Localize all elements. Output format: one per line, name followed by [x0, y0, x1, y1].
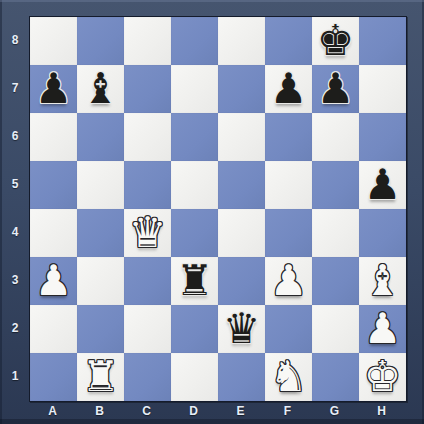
square-a7[interactable]: ♟ [30, 65, 77, 113]
square-d2[interactable] [171, 305, 218, 353]
square-e8[interactable] [218, 17, 265, 65]
file-label-f: F [264, 402, 311, 422]
black-pawn[interactable]: ♟ [265, 65, 312, 113]
square-c4[interactable]: ♛ [124, 209, 171, 257]
square-g8[interactable]: ♚ [312, 17, 359, 65]
file-label-g: G [311, 402, 358, 422]
square-b7[interactable]: ♝ [77, 65, 124, 113]
file-label-a: A [29, 402, 76, 422]
square-g3[interactable] [312, 257, 359, 305]
rank-label-2: 2 [2, 304, 28, 352]
square-e4[interactable] [218, 209, 265, 257]
white-pawn[interactable]: ♟ [265, 257, 312, 305]
square-f2[interactable] [265, 305, 312, 353]
square-a1[interactable] [30, 353, 77, 401]
square-f7[interactable]: ♟ [265, 65, 312, 113]
square-a3[interactable]: ♟ [30, 257, 77, 305]
file-label-e: E [217, 402, 264, 422]
square-e7[interactable] [218, 65, 265, 113]
square-c7[interactable] [124, 65, 171, 113]
black-pawn[interactable]: ♟ [312, 65, 359, 113]
rank-label-1: 1 [2, 352, 28, 400]
square-g4[interactable] [312, 209, 359, 257]
square-h2[interactable]: ♟ [359, 305, 406, 353]
square-d1[interactable] [171, 353, 218, 401]
square-f1[interactable]: ♞ [265, 353, 312, 401]
square-d8[interactable] [171, 17, 218, 65]
square-b5[interactable] [77, 161, 124, 209]
square-h3[interactable]: ♝ [359, 257, 406, 305]
square-d4[interactable] [171, 209, 218, 257]
square-e2[interactable]: ♛ [218, 305, 265, 353]
square-c6[interactable] [124, 113, 171, 161]
square-e1[interactable] [218, 353, 265, 401]
square-h4[interactable] [359, 209, 406, 257]
square-g5[interactable] [312, 161, 359, 209]
square-f8[interactable] [265, 17, 312, 65]
square-g6[interactable] [312, 113, 359, 161]
rank-label-6: 6 [2, 112, 28, 160]
square-b4[interactable] [77, 209, 124, 257]
white-pawn[interactable]: ♟ [359, 305, 406, 353]
square-f6[interactable] [265, 113, 312, 161]
square-d6[interactable] [171, 113, 218, 161]
chessboard-frame: ♚♟♝♟♟♟♛♟♜♟♝♛♟♜♞♚ 87654321 ABCDEFGH [0, 0, 424, 424]
black-pawn[interactable]: ♟ [359, 161, 406, 209]
file-label-b: B [76, 402, 123, 422]
square-c8[interactable] [124, 17, 171, 65]
square-d7[interactable] [171, 65, 218, 113]
square-h8[interactable] [359, 17, 406, 65]
file-label-h: H [358, 402, 405, 422]
file-label-c: C [123, 402, 170, 422]
square-a2[interactable] [30, 305, 77, 353]
square-f3[interactable]: ♟ [265, 257, 312, 305]
square-a5[interactable] [30, 161, 77, 209]
square-c5[interactable] [124, 161, 171, 209]
square-a6[interactable] [30, 113, 77, 161]
square-g2[interactable] [312, 305, 359, 353]
square-h6[interactable] [359, 113, 406, 161]
rank-label-5: 5 [2, 160, 28, 208]
square-g1[interactable] [312, 353, 359, 401]
black-pawn[interactable]: ♟ [30, 65, 77, 113]
square-e3[interactable] [218, 257, 265, 305]
square-c1[interactable] [124, 353, 171, 401]
rank-label-7: 7 [2, 64, 28, 112]
white-pawn[interactable]: ♟ [30, 257, 77, 305]
square-a4[interactable] [30, 209, 77, 257]
square-e5[interactable] [218, 161, 265, 209]
square-f4[interactable] [265, 209, 312, 257]
square-b3[interactable] [77, 257, 124, 305]
square-b2[interactable] [77, 305, 124, 353]
square-g7[interactable]: ♟ [312, 65, 359, 113]
square-b1[interactable]: ♜ [77, 353, 124, 401]
rank-label-3: 3 [2, 256, 28, 304]
black-rook[interactable]: ♜ [171, 257, 218, 305]
file-label-d: D [170, 402, 217, 422]
black-queen[interactable]: ♛ [218, 305, 265, 353]
square-b6[interactable] [77, 113, 124, 161]
square-d3[interactable]: ♜ [171, 257, 218, 305]
rank-label-4: 4 [2, 208, 28, 256]
square-b8[interactable] [77, 17, 124, 65]
square-f5[interactable] [265, 161, 312, 209]
white-king[interactable]: ♚ [359, 353, 406, 401]
board: ♚♟♝♟♟♟♛♟♜♟♝♛♟♜♞♚ [29, 16, 407, 402]
rank-label-8: 8 [2, 16, 28, 64]
white-bishop[interactable]: ♝ [359, 257, 406, 305]
square-a8[interactable] [30, 17, 77, 65]
white-knight[interactable]: ♞ [265, 353, 312, 401]
square-e6[interactable] [218, 113, 265, 161]
square-c3[interactable] [124, 257, 171, 305]
square-h7[interactable] [359, 65, 406, 113]
white-rook[interactable]: ♜ [77, 353, 124, 401]
square-c2[interactable] [124, 305, 171, 353]
square-d5[interactable] [171, 161, 218, 209]
square-h5[interactable]: ♟ [359, 161, 406, 209]
black-bishop[interactable]: ♝ [77, 65, 124, 113]
white-queen[interactable]: ♛ [124, 209, 171, 257]
black-king[interactable]: ♚ [312, 17, 359, 65]
square-h1[interactable]: ♚ [359, 353, 406, 401]
